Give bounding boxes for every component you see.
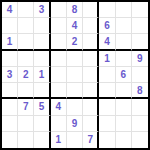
cell-r6c9[interactable]: 8	[132, 83, 148, 99]
cell-r1c6[interactable]	[83, 2, 99, 18]
cell-r2c6[interactable]	[83, 18, 99, 34]
cell-r7c2[interactable]: 7	[18, 99, 34, 115]
cell-r2c4[interactable]	[51, 18, 67, 34]
cell-r5c7[interactable]	[99, 67, 115, 83]
cell-r4c8[interactable]	[116, 51, 132, 67]
cell-r5c3[interactable]: 1	[34, 67, 50, 83]
cell-r3c1[interactable]: 1	[2, 34, 18, 50]
cell-r6c3[interactable]	[34, 83, 50, 99]
cell-r2c9[interactable]	[132, 18, 148, 34]
cell-r4c6[interactable]	[83, 51, 99, 67]
cell-r4c9[interactable]: 9	[132, 51, 148, 67]
cell-r4c2[interactable]	[18, 51, 34, 67]
cell-r4c7[interactable]: 1	[99, 51, 115, 67]
cell-r8c8[interactable]	[116, 116, 132, 132]
cell-r2c1[interactable]	[2, 18, 18, 34]
cell-r7c6[interactable]	[83, 99, 99, 115]
cell-r3c7[interactable]: 4	[99, 34, 115, 50]
cell-r8c4[interactable]	[51, 116, 67, 132]
cell-r7c8[interactable]	[116, 99, 132, 115]
cell-r9c5[interactable]	[67, 132, 83, 148]
cell-r7c4[interactable]: 4	[51, 99, 67, 115]
cell-r1c5[interactable]: 8	[67, 2, 83, 18]
cell-r7c1[interactable]	[2, 99, 18, 115]
sudoku-board: 438461241932168754917	[0, 0, 150, 150]
cell-r9c8[interactable]	[116, 132, 132, 148]
cell-r6c6[interactable]	[83, 83, 99, 99]
cell-r1c9[interactable]	[132, 2, 148, 18]
cell-r4c1[interactable]	[2, 51, 18, 67]
cell-r9c6[interactable]: 7	[83, 132, 99, 148]
cell-r3c4[interactable]	[51, 34, 67, 50]
cell-r6c5[interactable]	[67, 83, 83, 99]
cell-r2c2[interactable]	[18, 18, 34, 34]
cell-r2c5[interactable]: 4	[67, 18, 83, 34]
cell-r3c5[interactable]: 2	[67, 34, 83, 50]
cell-r9c1[interactable]	[2, 132, 18, 148]
cell-r1c4[interactable]	[51, 2, 67, 18]
cell-r6c7[interactable]	[99, 83, 115, 99]
cell-r9c3[interactable]	[34, 132, 50, 148]
cell-r3c9[interactable]	[132, 34, 148, 50]
cell-r6c8[interactable]	[116, 83, 132, 99]
cell-r1c7[interactable]	[99, 2, 115, 18]
cell-r2c7[interactable]: 6	[99, 18, 115, 34]
cell-r8c3[interactable]	[34, 116, 50, 132]
cell-r6c1[interactable]	[2, 83, 18, 99]
cell-r9c7[interactable]	[99, 132, 115, 148]
cell-r7c9[interactable]	[132, 99, 148, 115]
cell-r1c8[interactable]	[116, 2, 132, 18]
cell-r9c4[interactable]: 1	[51, 132, 67, 148]
cell-r3c8[interactable]	[116, 34, 132, 50]
cell-r3c2[interactable]	[18, 34, 34, 50]
cell-r5c4[interactable]	[51, 67, 67, 83]
cell-r8c6[interactable]	[83, 116, 99, 132]
cell-r8c2[interactable]	[18, 116, 34, 132]
cell-r4c4[interactable]	[51, 51, 67, 67]
cell-r6c2[interactable]	[18, 83, 34, 99]
cell-r2c8[interactable]	[116, 18, 132, 34]
cell-r5c5[interactable]	[67, 67, 83, 83]
cell-r1c1[interactable]: 4	[2, 2, 18, 18]
cell-r3c3[interactable]	[34, 34, 50, 50]
cell-r7c3[interactable]: 5	[34, 99, 50, 115]
cell-r9c9[interactable]	[132, 132, 148, 148]
cell-r8c1[interactable]	[2, 116, 18, 132]
cell-r4c3[interactable]	[34, 51, 50, 67]
cell-r5c9[interactable]	[132, 67, 148, 83]
cell-r1c2[interactable]	[18, 2, 34, 18]
cell-r7c7[interactable]	[99, 99, 115, 115]
cell-r8c7[interactable]	[99, 116, 115, 132]
cell-r3c6[interactable]	[83, 34, 99, 50]
cell-r5c8[interactable]: 6	[116, 67, 132, 83]
cell-r7c5[interactable]	[67, 99, 83, 115]
cell-r5c2[interactable]: 2	[18, 67, 34, 83]
cell-r5c6[interactable]	[83, 67, 99, 83]
cell-r4c5[interactable]	[67, 51, 83, 67]
cell-r1c3[interactable]: 3	[34, 2, 50, 18]
cell-r6c4[interactable]	[51, 83, 67, 99]
cell-r9c2[interactable]	[18, 132, 34, 148]
cell-r2c3[interactable]	[34, 18, 50, 34]
cell-r5c1[interactable]: 3	[2, 67, 18, 83]
cell-r8c5[interactable]: 9	[67, 116, 83, 132]
cell-r8c9[interactable]	[132, 116, 148, 132]
